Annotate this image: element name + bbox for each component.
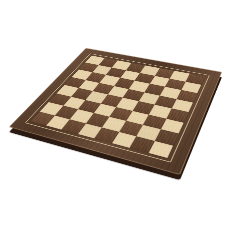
chessboard (9, 48, 222, 175)
product-photo (0, 0, 228, 228)
